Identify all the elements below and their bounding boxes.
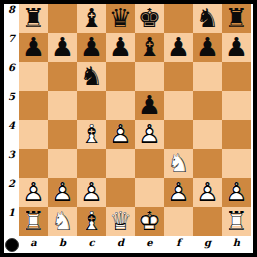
piece-white-pawn[interactable]: ♟♙ xyxy=(48,178,77,207)
piece-glyph-outline: ♙ xyxy=(222,178,251,207)
piece-glyph-outline: ♙ xyxy=(77,178,106,207)
square-h7[interactable]: ♟ xyxy=(222,33,251,62)
piece-glyph-outline: ♙ xyxy=(106,120,135,149)
piece-glyph-outline: ♗ xyxy=(77,120,106,149)
piece-black-bishop[interactable]: ♝ xyxy=(135,33,164,62)
piece-glyph: ♞ xyxy=(193,4,222,33)
piece-black-rook[interactable]: ♜ xyxy=(19,4,48,33)
piece-glyph: ♚ xyxy=(135,4,164,33)
piece-white-bishop[interactable]: ♝♗ xyxy=(77,120,106,149)
square-g8[interactable]: ♞ xyxy=(193,4,222,33)
rank-label-3: 3 xyxy=(4,149,19,178)
square-f7[interactable]: ♟ xyxy=(164,33,193,62)
piece-glyph: ♜ xyxy=(222,4,251,33)
file-label-e: e xyxy=(135,237,164,253)
piece-glyph: ♝ xyxy=(135,33,164,62)
piece-white-pawn[interactable]: ♟♙ xyxy=(135,120,164,149)
piece-glyph-outline: ♙ xyxy=(48,178,77,207)
piece-glyph-outline: ♔ xyxy=(135,207,164,236)
piece-black-bishop[interactable]: ♝ xyxy=(77,4,106,33)
square-g3[interactable] xyxy=(193,149,222,178)
square-d1[interactable]: ♛♕ xyxy=(106,207,135,236)
square-b2[interactable]: ♟♙ xyxy=(48,178,77,207)
piece-white-knight[interactable]: ♞♘ xyxy=(48,207,77,236)
piece-black-rook[interactable]: ♜ xyxy=(222,4,251,33)
rank-label-2: 2 xyxy=(4,178,19,207)
square-h8[interactable]: ♜ xyxy=(222,4,251,33)
file-label-c: c xyxy=(77,237,106,253)
square-a7[interactable]: ♟ xyxy=(19,33,48,62)
square-a3[interactable] xyxy=(19,149,48,178)
piece-black-pawn[interactable]: ♟ xyxy=(19,33,48,62)
square-e4[interactable]: ♟♙ xyxy=(135,120,164,149)
square-f8[interactable] xyxy=(164,4,193,33)
piece-glyph: ♟ xyxy=(48,33,77,62)
piece-glyph-outline: ♖ xyxy=(222,207,251,236)
piece-glyph: ♟ xyxy=(77,33,106,62)
square-g5[interactable] xyxy=(193,91,222,120)
square-e2[interactable] xyxy=(135,178,164,207)
piece-white-rook[interactable]: ♜♖ xyxy=(222,207,251,236)
piece-glyph: ♟ xyxy=(222,33,251,62)
square-e6[interactable] xyxy=(135,62,164,91)
piece-glyph: ♞ xyxy=(77,62,106,91)
piece-glyph-outline: ♙ xyxy=(164,178,193,207)
piece-white-bishop[interactable]: ♝♗ xyxy=(77,207,106,236)
piece-glyph: ♛ xyxy=(106,4,135,33)
square-d7[interactable]: ♟ xyxy=(106,33,135,62)
piece-glyph: ♟ xyxy=(135,91,164,120)
piece-glyph: ♟ xyxy=(164,33,193,62)
square-d3[interactable] xyxy=(106,149,135,178)
piece-glyph-outline: ♖ xyxy=(19,207,48,236)
square-a5[interactable] xyxy=(19,91,48,120)
square-b8[interactable] xyxy=(48,4,77,33)
square-c8[interactable]: ♝ xyxy=(77,4,106,33)
square-f4[interactable] xyxy=(164,120,193,149)
square-a8[interactable]: ♜ xyxy=(19,4,48,33)
piece-glyph-outline: ♗ xyxy=(77,207,106,236)
square-b4[interactable] xyxy=(48,120,77,149)
square-e7[interactable]: ♝ xyxy=(135,33,164,62)
piece-white-pawn[interactable]: ♟♙ xyxy=(106,120,135,149)
square-c3[interactable] xyxy=(77,149,106,178)
piece-black-knight[interactable]: ♞ xyxy=(193,4,222,33)
rank-label-6: 6 xyxy=(4,62,19,91)
square-h2[interactable]: ♟♙ xyxy=(222,178,251,207)
piece-glyph-outline: ♕ xyxy=(106,207,135,236)
square-h5[interactable] xyxy=(222,91,251,120)
square-b7[interactable]: ♟ xyxy=(48,33,77,62)
square-g1[interactable] xyxy=(193,207,222,236)
piece-black-pawn[interactable]: ♟ xyxy=(135,91,164,120)
square-f3[interactable]: ♞♘ xyxy=(164,149,193,178)
square-e8[interactable]: ♚ xyxy=(135,4,164,33)
rank-label-5: 5 xyxy=(4,91,19,120)
square-h6[interactable] xyxy=(222,62,251,91)
turn-indicator-black xyxy=(5,238,19,252)
file-labels: abcdefgh xyxy=(19,237,251,253)
piece-black-queen[interactable]: ♛ xyxy=(106,4,135,33)
square-d6[interactable] xyxy=(106,62,135,91)
square-f6[interactable] xyxy=(164,62,193,91)
piece-glyph-outline: ♙ xyxy=(135,120,164,149)
file-label-d: d xyxy=(106,237,135,253)
piece-black-pawn[interactable]: ♟ xyxy=(164,33,193,62)
square-f5[interactable] xyxy=(164,91,193,120)
square-b5[interactable] xyxy=(48,91,77,120)
square-c5[interactable] xyxy=(77,91,106,120)
piece-white-pawn[interactable]: ♟♙ xyxy=(19,178,48,207)
square-c4[interactable]: ♝♗ xyxy=(77,120,106,149)
square-a6[interactable] xyxy=(19,62,48,91)
piece-black-knight[interactable]: ♞ xyxy=(77,62,106,91)
rank-label-8: 8 xyxy=(4,4,19,33)
file-label-g: g xyxy=(193,237,222,253)
piece-glyph: ♟ xyxy=(19,33,48,62)
piece-white-queen[interactable]: ♛♕ xyxy=(106,207,135,236)
square-c1[interactable]: ♝♗ xyxy=(77,207,106,236)
square-b6[interactable] xyxy=(48,62,77,91)
square-e3[interactable] xyxy=(135,149,164,178)
square-e5[interactable]: ♟ xyxy=(135,91,164,120)
piece-glyph-outline: ♙ xyxy=(193,178,222,207)
piece-glyph-outline: ♘ xyxy=(48,207,77,236)
square-g7[interactable]: ♟ xyxy=(193,33,222,62)
square-c2[interactable]: ♟♙ xyxy=(77,178,106,207)
square-g6[interactable] xyxy=(193,62,222,91)
rank-label-1: 1 xyxy=(4,207,19,236)
square-g4[interactable] xyxy=(193,120,222,149)
piece-glyph: ♜ xyxy=(19,4,48,33)
square-h3[interactable] xyxy=(222,149,251,178)
rank-label-7: 7 xyxy=(4,33,19,62)
piece-white-king[interactable]: ♚♔ xyxy=(135,207,164,236)
square-h4[interactable] xyxy=(222,120,251,149)
square-d4[interactable]: ♟♙ xyxy=(106,120,135,149)
piece-black-pawn[interactable]: ♟ xyxy=(222,33,251,62)
piece-glyph-outline: ♙ xyxy=(19,178,48,207)
square-d8[interactable]: ♛ xyxy=(106,4,135,33)
square-a1[interactable]: ♜♖ xyxy=(19,207,48,236)
file-label-b: b xyxy=(48,237,77,253)
piece-glyph: ♝ xyxy=(77,4,106,33)
piece-black-pawn[interactable]: ♟ xyxy=(193,33,222,62)
square-b3[interactable] xyxy=(48,149,77,178)
piece-black-pawn[interactable]: ♟ xyxy=(106,33,135,62)
piece-white-rook[interactable]: ♜♖ xyxy=(19,207,48,236)
file-label-h: h xyxy=(222,237,251,253)
board-margin: 87654321 ♜♝♛♚♞♜♟♟♟♟♝♟♟♟♞♟♝♗♟♙♟♙♞♘♟♙♟♙♟♙♟… xyxy=(4,4,253,253)
square-c7[interactable]: ♟ xyxy=(77,33,106,62)
rank-labels: 87654321 xyxy=(4,4,19,236)
file-label-a: a xyxy=(19,237,48,253)
square-f1[interactable] xyxy=(164,207,193,236)
piece-white-pawn[interactable]: ♟♙ xyxy=(164,178,193,207)
piece-glyph-outline: ♘ xyxy=(164,149,193,178)
piece-black-king[interactable]: ♚ xyxy=(135,4,164,33)
piece-white-pawn[interactable]: ♟♙ xyxy=(193,178,222,207)
rank-label-4: 4 xyxy=(4,120,19,149)
piece-white-pawn[interactable]: ♟♙ xyxy=(222,178,251,207)
square-e1[interactable]: ♚♔ xyxy=(135,207,164,236)
square-a4[interactable] xyxy=(19,120,48,149)
square-d2[interactable] xyxy=(106,178,135,207)
file-label-f: f xyxy=(164,237,193,253)
square-f2[interactable]: ♟♙ xyxy=(164,178,193,207)
piece-white-pawn[interactable]: ♟♙ xyxy=(77,178,106,207)
piece-black-pawn[interactable]: ♟ xyxy=(48,33,77,62)
chess-board: ♜♝♛♚♞♜♟♟♟♟♝♟♟♟♞♟♝♗♟♙♟♙♞♘♟♙♟♙♟♙♟♙♟♙♟♙♜♖♞♘… xyxy=(19,4,251,236)
square-d5[interactable] xyxy=(106,91,135,120)
square-b1[interactable]: ♞♘ xyxy=(48,207,77,236)
square-g2[interactable]: ♟♙ xyxy=(193,178,222,207)
chess-board-frame: 87654321 ♜♝♛♚♞♜♟♟♟♟♝♟♟♟♞♟♝♗♟♙♟♙♞♘♟♙♟♙♟♙♟… xyxy=(0,0,257,257)
piece-glyph: ♟ xyxy=(193,33,222,62)
square-h1[interactable]: ♜♖ xyxy=(222,207,251,236)
square-a2[interactable]: ♟♙ xyxy=(19,178,48,207)
piece-white-knight[interactable]: ♞♘ xyxy=(164,149,193,178)
square-c6[interactable]: ♞ xyxy=(77,62,106,91)
piece-black-pawn[interactable]: ♟ xyxy=(77,33,106,62)
piece-glyph: ♟ xyxy=(106,33,135,62)
